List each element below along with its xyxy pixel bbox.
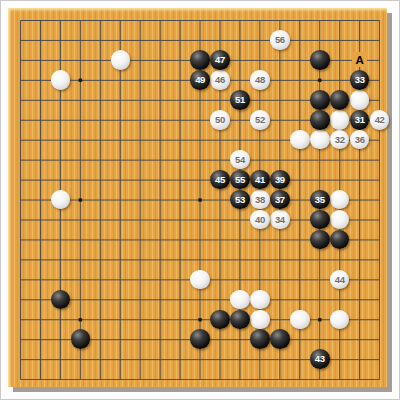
move-number: 47 (215, 55, 225, 65)
stone-white[interactable] (290, 130, 310, 150)
stone-black[interactable] (310, 50, 330, 70)
stone-white[interactable] (111, 50, 131, 70)
stone-black[interactable]: 53 (230, 190, 250, 210)
stone-white[interactable]: 48 (250, 70, 270, 90)
move-number: 51 (235, 95, 245, 105)
stone-black[interactable]: 51 (230, 90, 250, 110)
stone-black[interactable]: 45 (210, 170, 230, 190)
star-point (318, 317, 322, 321)
star-point (78, 317, 82, 321)
go-diagram-frame: 3132333435363738394041424344454647484950… (0, 0, 400, 400)
stone-black[interactable] (330, 90, 350, 110)
stone-black[interactable] (310, 210, 330, 230)
point-label-A: A (352, 52, 367, 67)
move-number: 44 (335, 275, 345, 285)
stone-black[interactable]: 35 (310, 190, 330, 210)
stone-white[interactable] (190, 270, 210, 290)
stone-black[interactable] (270, 329, 290, 349)
stone-white[interactable]: 46 (210, 70, 230, 90)
move-number: 32 (335, 135, 345, 145)
star-point (198, 198, 202, 202)
move-number: 31 (355, 115, 365, 125)
stone-white[interactable]: 52 (250, 110, 270, 130)
move-number: 39 (275, 175, 285, 185)
stone-white[interactable] (350, 90, 370, 110)
stone-black[interactable] (71, 329, 91, 349)
move-number: 46 (215, 75, 225, 85)
move-number: 35 (315, 195, 325, 205)
stone-black[interactable]: 39 (270, 170, 290, 190)
stone-black[interactable]: 49 (190, 70, 210, 90)
stone-white[interactable]: 56 (270, 30, 290, 50)
stone-white[interactable] (250, 290, 270, 310)
stone-black[interactable]: 31 (350, 110, 370, 130)
stone-white[interactable] (290, 310, 310, 330)
stone-black[interactable] (190, 329, 210, 349)
move-number: 38 (255, 195, 265, 205)
move-number: 37 (275, 195, 285, 205)
move-number: 36 (355, 135, 365, 145)
go-board[interactable]: 3132333435363738394041424344454647484950… (8, 8, 387, 387)
stone-black[interactable] (230, 310, 250, 330)
stone-white[interactable] (51, 70, 71, 90)
stone-black[interactable]: 41 (250, 170, 270, 190)
star-point (198, 317, 202, 321)
stone-white[interactable]: 54 (230, 150, 250, 170)
move-number: 52 (255, 115, 265, 125)
move-number: 42 (375, 115, 385, 125)
stone-black[interactable]: 55 (230, 170, 250, 190)
star-point (318, 78, 322, 82)
stone-white[interactable] (330, 110, 350, 130)
stone-white[interactable] (230, 290, 250, 310)
stone-black[interactable]: 47 (210, 50, 230, 70)
move-number: 56 (275, 35, 285, 45)
stone-black[interactable] (51, 290, 71, 310)
move-number: 40 (255, 215, 265, 225)
stone-white[interactable] (250, 310, 270, 330)
stone-white[interactable]: 38 (250, 190, 270, 210)
stone-black[interactable]: 43 (310, 349, 330, 369)
stone-black[interactable]: 37 (270, 190, 290, 210)
move-number: 50 (215, 115, 225, 125)
move-number: 48 (255, 75, 265, 85)
stone-white[interactable]: 40 (250, 210, 270, 230)
stone-black[interactable] (310, 230, 330, 250)
stone-black[interactable] (310, 110, 330, 130)
move-number: 54 (235, 155, 245, 165)
move-number: 49 (195, 75, 205, 85)
star-point (78, 198, 82, 202)
move-number: 41 (255, 175, 265, 185)
star-point (78, 78, 82, 82)
stone-black[interactable] (190, 50, 210, 70)
stone-white[interactable]: 42 (370, 110, 390, 130)
stone-black[interactable] (210, 310, 230, 330)
move-number: 55 (235, 175, 245, 185)
stone-black[interactable] (250, 329, 270, 349)
stone-white[interactable]: 50 (210, 110, 230, 130)
move-number: 34 (275, 215, 285, 225)
stone-white[interactable] (310, 130, 330, 150)
stone-black[interactable] (310, 90, 330, 110)
stone-black[interactable]: 33 (350, 70, 370, 90)
stone-white[interactable]: 34 (270, 210, 290, 230)
move-number: 53 (235, 195, 245, 205)
move-number: 45 (215, 175, 225, 185)
move-number: 33 (355, 75, 365, 85)
move-number: 43 (315, 354, 325, 364)
